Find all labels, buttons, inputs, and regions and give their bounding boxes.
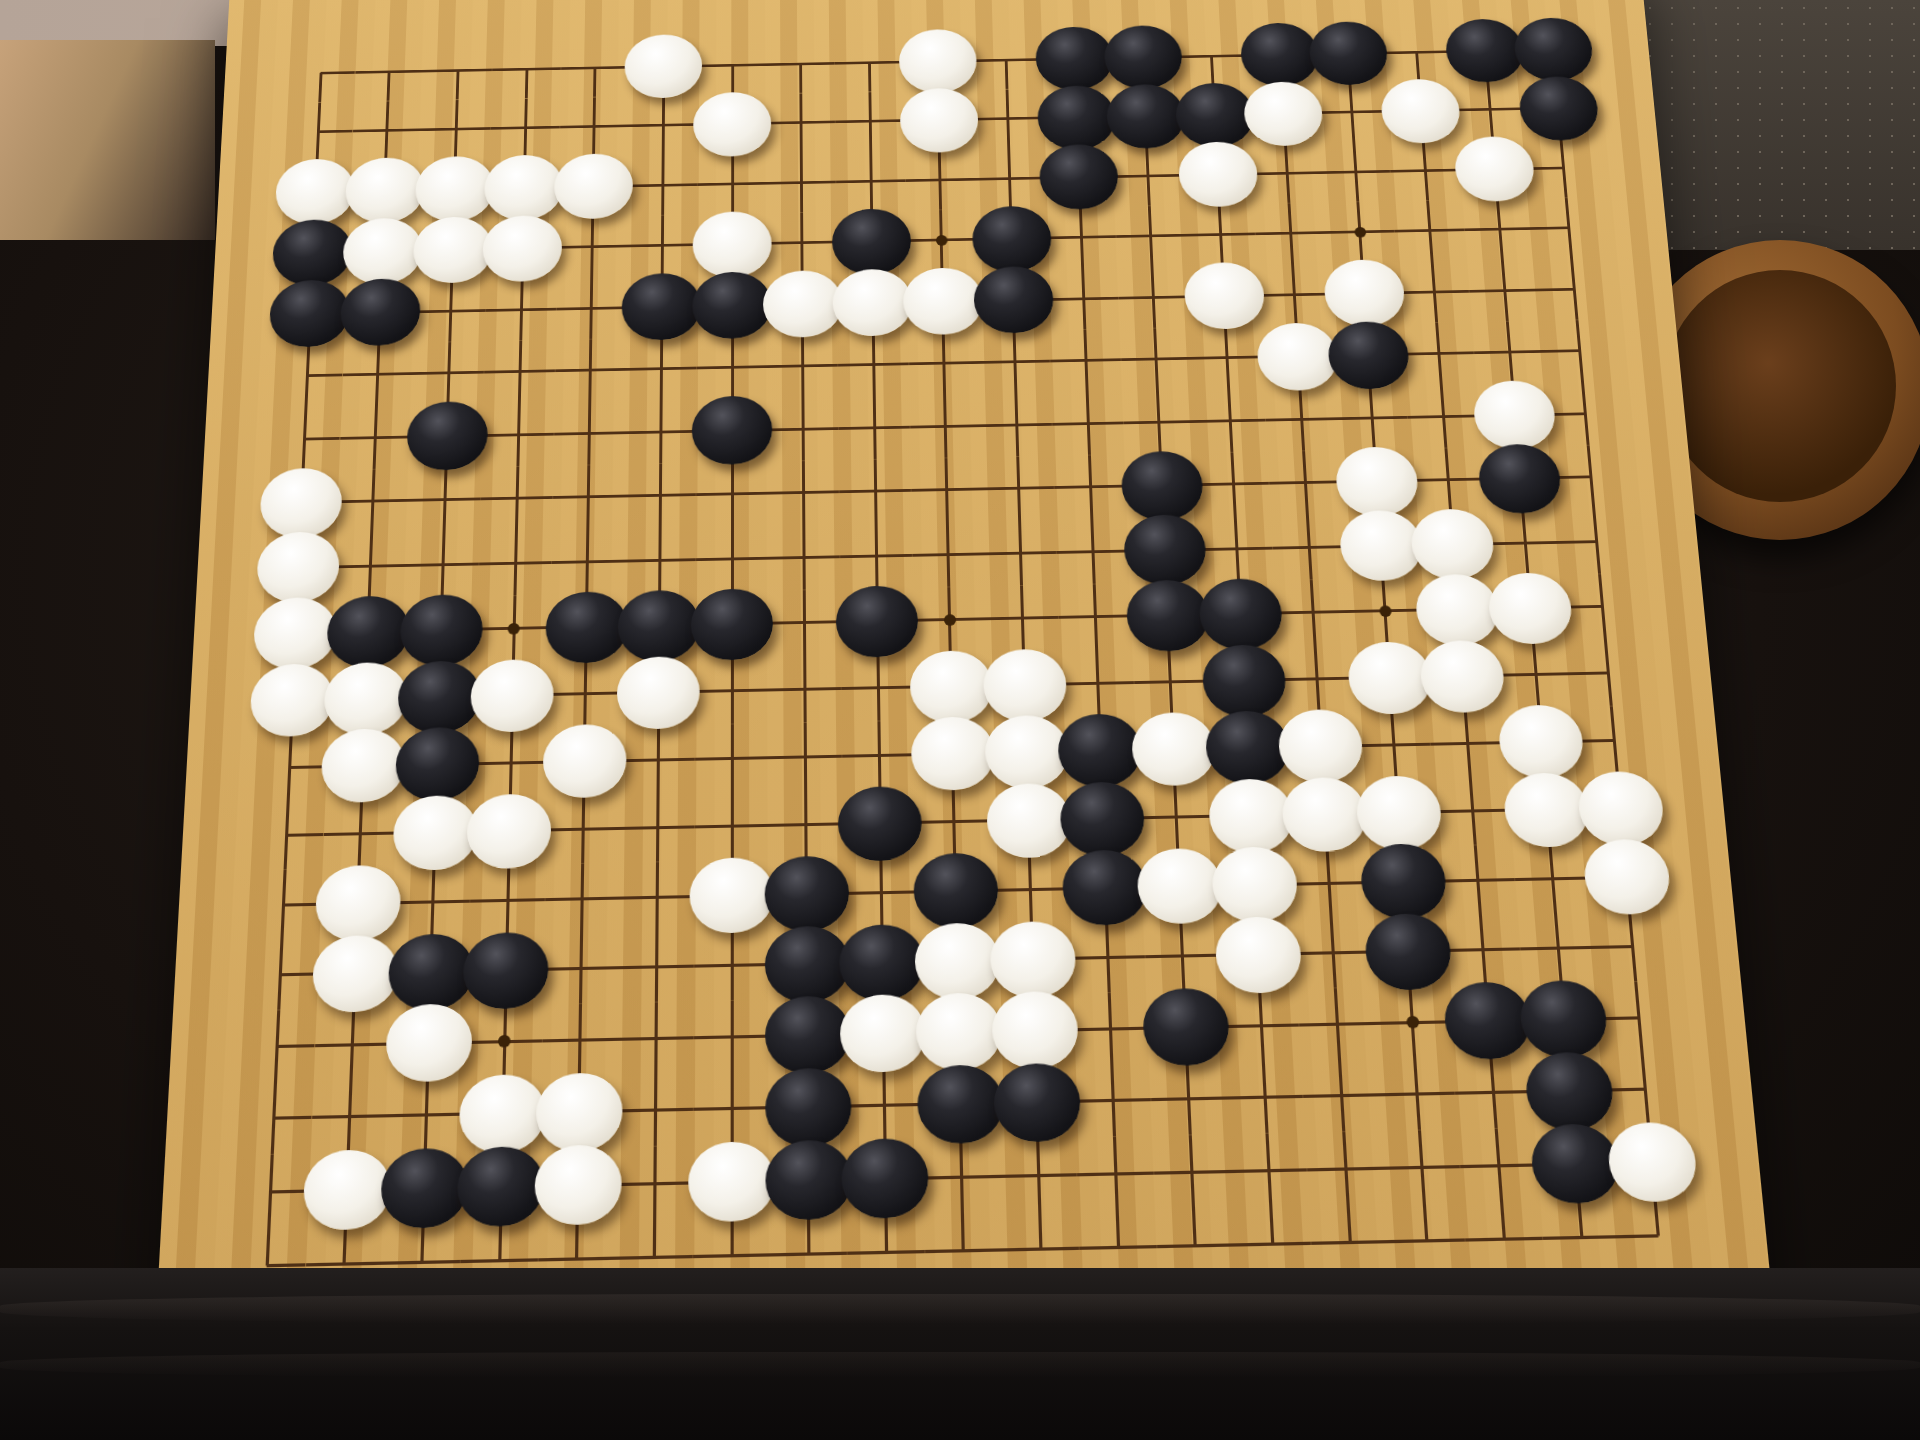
board-cell[interactable] [248, 800, 325, 870]
board-cell[interactable] [1268, 450, 1343, 515]
board-cell[interactable] [559, 96, 629, 157]
board-cell[interactable] [913, 586, 987, 653]
board-cell[interactable] [237, 1010, 316, 1083]
board-cell[interactable] [399, 729, 475, 798]
board-cell[interactable] [769, 722, 843, 791]
board-cell[interactable] [417, 219, 489, 281]
board-cell[interactable] [478, 530, 552, 597]
board-cell[interactable] [696, 526, 768, 592]
board-cell[interactable] [415, 280, 487, 343]
board-cell[interactable] [544, 863, 620, 934]
board-cell[interactable] [1199, 516, 1274, 582]
board-cell[interactable] [979, 330, 1052, 394]
board-cell[interactable] [241, 939, 320, 1011]
board-cell[interactable] [1056, 519, 1130, 585]
board-cell[interactable] [1518, 912, 1599, 984]
board-cell[interactable] [1481, 446, 1558, 511]
board-cell[interactable] [842, 721, 917, 790]
board-cell[interactable] [629, 37, 698, 97]
board-cell[interactable] [1540, 1200, 1623, 1276]
board-cell[interactable] [468, 934, 545, 1006]
board-cell[interactable] [1301, 1059, 1381, 1133]
board-cell[interactable] [1045, 207, 1117, 269]
board-cell[interactable] [244, 869, 322, 940]
board-cell[interactable] [1458, 139, 1532, 200]
board-cell[interactable] [919, 925, 996, 997]
board-cell[interactable] [1534, 1126, 1617, 1201]
board-cell[interactable] [906, 209, 977, 271]
board-cell[interactable] [1247, 83, 1319, 144]
board-cell[interactable] [1537, 258, 1613, 321]
board-cell[interactable] [841, 588, 915, 655]
board-cell[interactable] [279, 161, 351, 223]
board-cell[interactable] [1558, 509, 1636, 575]
board-cell[interactable] [1110, 86, 1181, 147]
board-cell[interactable] [1467, 259, 1542, 322]
board-cell[interactable] [331, 598, 406, 665]
board-cell[interactable] [1419, 576, 1496, 643]
board-cell[interactable] [1424, 642, 1502, 710]
board-cell[interactable] [698, 94, 767, 155]
board-cell[interactable] [487, 217, 558, 279]
board-cell[interactable] [310, 1080, 389, 1154]
board-cell[interactable] [1209, 713, 1286, 782]
board-cell[interactable] [1438, 845, 1518, 916]
board-cell[interactable] [1206, 646, 1282, 714]
board-cell[interactable] [397, 797, 473, 867]
board-cell[interactable] [1125, 453, 1199, 518]
board-cell[interactable] [1147, 991, 1226, 1064]
board-cell[interactable] [1219, 919, 1298, 991]
board-cell[interactable] [696, 398, 767, 463]
board-cell[interactable] [625, 400, 697, 465]
board-cell[interactable] [1150, 1062, 1229, 1136]
board-cell[interactable] [1380, 22, 1453, 82]
board-cell[interactable] [1135, 715, 1212, 784]
board-cell[interactable] [270, 344, 344, 408]
board-cell[interactable] [1229, 1133, 1309, 1208]
board-cell[interactable] [1377, 1057, 1458, 1131]
board-cell[interactable] [1373, 986, 1453, 1059]
board-cell[interactable] [1527, 137, 1601, 198]
board-cell[interactable] [618, 1002, 694, 1075]
board-cell[interactable] [1384, 81, 1457, 141]
board-cell[interactable] [1502, 707, 1581, 776]
board-cell[interactable] [1522, 78, 1596, 138]
board-cell[interactable] [546, 794, 621, 864]
board-cell[interactable] [1138, 782, 1215, 852]
board-cell[interactable] [835, 33, 904, 93]
board-cell[interactable] [477, 595, 551, 662]
board-cell[interactable] [914, 652, 989, 720]
board-cell[interactable] [1187, 265, 1260, 328]
board-cell[interactable] [1190, 326, 1264, 390]
board-cell[interactable] [473, 728, 548, 797]
board-cell[interactable] [982, 456, 1055, 522]
board-cell[interactable] [620, 793, 695, 863]
board-cell[interactable] [421, 99, 492, 160]
board-cell[interactable] [230, 1154, 310, 1229]
board-cell[interactable] [1448, 984, 1529, 1057]
board-cell[interactable] [408, 467, 482, 533]
board-cell[interactable] [475, 661, 550, 729]
board-cell[interactable] [918, 855, 994, 926]
board-cell[interactable] [1335, 386, 1410, 451]
board-cell[interactable] [1120, 328, 1193, 392]
board-cell[interactable] [974, 148, 1045, 209]
board-cell[interactable] [1397, 261, 1472, 324]
board-cell[interactable] [697, 336, 768, 400]
board-cell[interactable] [552, 464, 625, 530]
board-cell[interactable] [905, 149, 976, 210]
board-cell[interactable] [404, 597, 479, 664]
board-cell[interactable] [1368, 916, 1448, 988]
board-cell[interactable] [910, 394, 983, 459]
board-cell[interactable] [621, 725, 695, 794]
board-cell[interactable] [1275, 579, 1351, 646]
board-cell[interactable] [697, 153, 767, 214]
board-cell[interactable] [1144, 920, 1222, 992]
board-cell[interactable] [1290, 848, 1369, 919]
board-cell[interactable] [1067, 852, 1144, 923]
board-cell[interactable] [987, 651, 1062, 719]
board-cell[interactable] [904, 90, 974, 151]
board-cell[interactable] [1351, 643, 1428, 711]
board-cell[interactable] [911, 457, 984, 523]
board-cell[interactable] [1604, 1053, 1686, 1127]
board-cell[interactable] [839, 459, 912, 525]
board-cell[interactable] [697, 213, 767, 275]
board-cell[interactable] [1401, 322, 1476, 386]
board-cell[interactable] [469, 865, 545, 936]
board-cell[interactable] [1264, 387, 1339, 452]
board-cell[interactable] [539, 1148, 617, 1223]
board-cell[interactable] [560, 38, 629, 98]
board-cell[interactable] [1064, 784, 1141, 854]
board-cell[interactable] [1347, 578, 1424, 645]
board-cell[interactable] [836, 151, 906, 212]
board-cell[interactable] [693, 1072, 770, 1146]
board-cell[interactable] [917, 787, 993, 857]
board-cell[interactable] [394, 866, 471, 937]
board-cell[interactable] [313, 1008, 392, 1081]
board-cell[interactable] [1305, 1131, 1386, 1206]
board-cell[interactable] [557, 216, 628, 278]
board-cell[interactable] [1060, 649, 1136, 717]
board-cell[interactable] [694, 1000, 770, 1073]
board-cell[interactable] [410, 404, 483, 469]
board-cell[interactable] [1360, 778, 1439, 848]
board-cell[interactable] [840, 523, 913, 589]
board-cell[interactable] [1512, 843, 1592, 914]
board-cell[interactable] [542, 1003, 619, 1076]
board-cell[interactable] [847, 1141, 925, 1216]
board-cell[interactable] [1069, 922, 1147, 994]
board-cell[interactable] [480, 466, 553, 532]
board-cell[interactable] [492, 39, 562, 99]
board-cell[interactable] [482, 402, 555, 467]
board-cell[interactable] [484, 340, 556, 404]
board-cell[interactable] [622, 658, 696, 726]
board-cell[interactable] [1115, 205, 1187, 267]
board-cell[interactable] [903, 31, 973, 91]
board-cell[interactable] [385, 1151, 464, 1226]
board-cell[interactable] [912, 521, 986, 587]
board-cell[interactable] [837, 211, 908, 273]
board-cell[interactable] [1108, 28, 1179, 88]
board-cell[interactable] [392, 936, 469, 1008]
board-cell[interactable] [1271, 514, 1347, 580]
board-cell[interactable] [316, 937, 394, 1009]
board-cell[interactable] [768, 524, 841, 590]
board-cell[interactable] [623, 527, 696, 594]
board-cell[interactable] [1074, 1064, 1153, 1138]
board-cell[interactable] [1453, 1056, 1534, 1130]
board-cell[interactable] [1529, 1054, 1611, 1128]
board-cell[interactable] [1410, 447, 1486, 512]
board-cell[interactable] [992, 854, 1069, 925]
board-cell[interactable] [1458, 1128, 1540, 1203]
board-cell[interactable] [1051, 391, 1124, 456]
board-cell[interactable] [908, 332, 980, 396]
board-cell[interactable] [767, 334, 838, 398]
board-cell[interactable] [1130, 582, 1205, 649]
board-cell[interactable] [973, 89, 1044, 150]
board-cell[interactable] [693, 1144, 770, 1219]
board-cell[interactable] [1532, 197, 1607, 259]
board-cell[interactable] [1076, 1136, 1155, 1211]
board-cell[interactable] [1117, 266, 1190, 329]
board-cell[interactable] [344, 281, 417, 344]
board-cell[interactable] [839, 396, 911, 461]
board-cell[interactable] [322, 799, 399, 869]
board-cell[interactable] [1415, 511, 1492, 577]
board-cell[interactable] [846, 1068, 923, 1142]
board-cell[interactable] [276, 221, 349, 283]
board-cell[interactable] [341, 343, 414, 407]
board-cell[interactable] [1611, 1125, 1694, 1200]
board-cell[interactable] [1364, 846, 1443, 917]
board-cell[interactable] [698, 35, 767, 95]
board-cell[interactable] [1586, 842, 1667, 913]
board-cell[interactable] [1491, 575, 1569, 642]
board-cell[interactable] [844, 857, 920, 928]
board-cell[interactable] [1569, 639, 1648, 707]
board-cell[interactable] [406, 532, 480, 599]
board-cell[interactable] [989, 718, 1065, 787]
board-cell[interactable] [1523, 983, 1604, 1056]
board-cell[interactable] [1429, 709, 1507, 778]
board-cell[interactable] [768, 589, 841, 656]
board-cell[interactable] [971, 30, 1041, 90]
board-cell[interactable] [354, 42, 425, 102]
board-cell[interactable] [844, 926, 920, 998]
board-cell[interactable] [423, 40, 493, 100]
board-cell[interactable] [1564, 573, 1642, 640]
board-cell[interactable] [1312, 24, 1384, 84]
board-cell[interactable] [466, 1005, 543, 1078]
board-cell[interactable] [1497, 641, 1575, 709]
board-cell[interactable] [768, 460, 840, 526]
board-cell[interactable] [923, 1139, 1001, 1214]
board-cell[interactable] [550, 594, 624, 661]
board-cell[interactable] [1286, 779, 1364, 849]
board-cell[interactable] [333, 533, 408, 600]
board-cell[interactable] [1122, 390, 1196, 455]
board-cell[interactable] [387, 1078, 466, 1152]
board-cell[interactable] [977, 269, 1049, 332]
board-cell[interactable] [1382, 1130, 1463, 1205]
board-cell[interactable] [464, 1076, 542, 1150]
board-cell[interactable] [767, 93, 836, 154]
board-cell[interactable] [770, 1143, 847, 1218]
board-cell[interactable] [258, 600, 334, 667]
board-cell[interactable] [1254, 203, 1327, 265]
board-cell[interactable] [837, 271, 908, 334]
board-cell[interactable] [1141, 851, 1219, 922]
board-cell[interactable] [843, 788, 918, 858]
board-cell[interactable] [1389, 140, 1463, 201]
board-cell[interactable] [767, 34, 836, 94]
board-cell[interactable] [556, 277, 627, 340]
board-cell[interactable] [696, 462, 768, 528]
board-cell[interactable] [770, 999, 846, 1072]
board-cell[interactable] [624, 463, 696, 529]
board-cell[interactable] [976, 208, 1048, 270]
board-cell[interactable] [1152, 1135, 1232, 1210]
board-cell[interactable] [1443, 914, 1523, 986]
board-cell[interactable] [768, 655, 842, 723]
board-cell[interactable] [1507, 775, 1586, 845]
board-cell[interactable] [558, 156, 628, 217]
board-cell[interactable] [626, 337, 697, 401]
board-cell[interactable] [981, 393, 1054, 458]
board-cell[interactable] [768, 397, 840, 462]
board-cell[interactable] [767, 152, 837, 213]
board-cell[interactable] [264, 470, 339, 536]
board-cell[interactable] [695, 657, 768, 725]
board-cell[interactable] [1542, 319, 1618, 383]
board-cell[interactable] [254, 666, 330, 734]
board-cell[interactable] [319, 868, 396, 939]
board-cell[interactable] [412, 341, 485, 405]
board-cell[interactable] [694, 860, 769, 931]
board-cell[interactable] [471, 796, 547, 866]
board-cell[interactable] [1193, 389, 1267, 454]
board-cell[interactable] [339, 405, 413, 470]
board-cell[interactable] [915, 719, 990, 788]
board-cell[interactable] [540, 1075, 617, 1149]
board-cell[interactable] [985, 585, 1060, 652]
board-cell[interactable] [349, 160, 421, 222]
board-cell[interactable] [1462, 199, 1537, 261]
board-cell[interactable] [251, 732, 328, 801]
board-cell[interactable] [462, 1149, 541, 1224]
board-cell[interactable] [261, 534, 336, 601]
board-cell[interactable] [1041, 87, 1112, 148]
board-cell[interactable] [619, 861, 694, 932]
board-cell[interactable] [1448, 21, 1521, 81]
board-cell[interactable] [325, 731, 401, 800]
board-cell[interactable] [1355, 710, 1433, 779]
board-cell[interactable] [1592, 911, 1673, 983]
board-cell[interactable] [994, 923, 1071, 995]
board-cell[interactable] [695, 791, 769, 861]
board-cell[interactable] [697, 274, 768, 337]
board-cell[interactable] [1339, 449, 1415, 514]
board-cell[interactable] [991, 785, 1067, 855]
board-cell[interactable] [1547, 382, 1624, 446]
board-cell[interactable] [1133, 648, 1209, 716]
board-cell[interactable] [553, 401, 625, 466]
board-cell[interactable] [1575, 706, 1654, 775]
board-cell[interactable] [1517, 20, 1590, 80]
board-cell[interactable] [488, 157, 559, 218]
board-cell[interactable] [234, 1081, 314, 1155]
board-cell[interactable] [1043, 147, 1115, 208]
board-cell[interactable] [1278, 645, 1355, 713]
board-cell[interactable] [1040, 29, 1111, 89]
board-cell[interactable] [1000, 1138, 1079, 1213]
board-cell[interactable] [695, 724, 769, 793]
board-cell[interactable] [419, 158, 490, 220]
board-cell[interactable] [1433, 776, 1512, 846]
board-cell[interactable] [1316, 82, 1389, 143]
board-cell[interactable] [920, 995, 997, 1068]
board-cell[interactable] [694, 930, 769, 1002]
board-cell[interactable] [769, 928, 845, 1000]
board-cell[interactable] [485, 278, 557, 341]
board-cell[interactable] [328, 664, 404, 732]
board-cell[interactable] [555, 339, 627, 403]
board-cell[interactable] [1112, 145, 1184, 206]
board-cell[interactable] [996, 994, 1074, 1067]
board-cell[interactable] [1184, 204, 1257, 266]
board-cell[interactable] [628, 154, 698, 215]
board-cell[interactable] [1176, 26, 1247, 86]
board-cell[interactable] [623, 592, 696, 659]
board-cell[interactable] [1058, 584, 1133, 651]
board-cell[interactable] [769, 858, 844, 929]
board-cell[interactable] [1202, 581, 1278, 648]
board-cell[interactable] [767, 273, 838, 336]
board-cell[interactable] [1327, 262, 1401, 325]
board-cell[interactable] [1128, 517, 1203, 583]
board-cell[interactable] [1179, 85, 1251, 146]
board-cell[interactable] [1062, 716, 1138, 785]
board-cell[interactable] [401, 663, 476, 731]
board-cell[interactable] [490, 98, 560, 159]
board-cell[interactable] [998, 1065, 1076, 1139]
board-cell[interactable] [769, 790, 844, 860]
board-cell[interactable] [389, 1006, 467, 1079]
board-cell[interactable] [1343, 513, 1419, 579]
board-cell[interactable] [1054, 455, 1128, 521]
board-cell[interactable] [1215, 849, 1293, 920]
board-cell[interactable] [543, 933, 619, 1005]
board-cell[interactable] [845, 997, 922, 1070]
board-cell[interactable] [1581, 773, 1661, 843]
board-cell[interactable] [835, 91, 905, 152]
board-cell[interactable] [1182, 144, 1254, 205]
board-cell[interactable] [984, 520, 1058, 586]
board-cell[interactable] [547, 727, 622, 796]
board-cell[interactable] [617, 1073, 694, 1147]
board-cell[interactable] [273, 282, 346, 345]
board-cell[interactable] [1212, 781, 1290, 851]
board-cell[interactable] [1196, 452, 1271, 517]
board-cell[interactable] [922, 1067, 1000, 1141]
